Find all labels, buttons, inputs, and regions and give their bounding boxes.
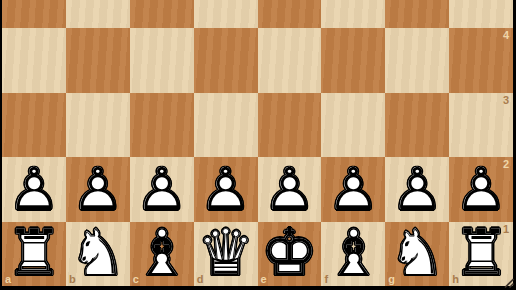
white-bishop-icon[interactable]: ♝♗ [321,222,385,287]
square-g4[interactable] [385,28,449,93]
file-label-b: b [69,274,76,285]
square-b5[interactable] [66,0,130,28]
file-label-d: d [197,274,204,285]
file-label-f: f [324,274,328,285]
white-rook-icon[interactable]: ♜♖ [2,222,66,287]
square-d1[interactable]: ♛♕d [194,222,258,287]
white-pawn-icon[interactable]: ♟♙ [321,157,385,222]
file-label-a: a [5,274,11,285]
square-f3[interactable] [321,93,385,158]
white-pawn-icon[interactable]: ♟♙ [258,157,322,222]
square-g2[interactable]: ♟♙ [385,157,449,222]
white-pawn-outline: ♙ [391,160,443,218]
square-e5[interactable] [258,0,322,28]
white-rook-outline: ♖ [5,220,62,284]
square-c1[interactable]: ♝♗c [130,222,194,287]
square-d5[interactable] [194,0,258,28]
square-b4[interactable] [66,28,130,93]
square-c4[interactable] [130,28,194,93]
square-a5[interactable] [2,0,66,28]
square-h2[interactable]: ♟♙2 [449,157,513,222]
letterbox-frame: 43♟♙♟♙♟♙♟♙♟♙♟♙♟♙♟♙2♜♖a♞♘b♝♗c♛♕d♚♔e♝♗f♞♘g… [0,0,516,290]
white-pawn-outline: ♙ [455,160,507,218]
chess-board: 43♟♙♟♙♟♙♟♙♟♙♟♙♟♙♟♙2♜♖a♞♘b♝♗c♛♕d♚♔e♝♗f♞♘g… [2,0,513,286]
square-b1[interactable]: ♞♘b [66,222,130,287]
white-knight-outline: ♘ [389,220,446,284]
square-a4[interactable] [2,28,66,93]
white-pawn-outline: ♙ [8,160,60,218]
white-pawn-outline: ♙ [263,160,315,218]
square-e3[interactable] [258,93,322,158]
square-d4[interactable] [194,28,258,93]
white-bishop-outline: ♗ [133,220,190,284]
white-rook-outline: ♖ [452,220,509,284]
square-g1[interactable]: ♞♘g [385,222,449,287]
rank-label-4: 4 [503,30,509,41]
rank-label-3: 3 [503,95,509,106]
square-a3[interactable] [2,93,66,158]
square-e2[interactable]: ♟♙ [258,157,322,222]
white-pawn-icon[interactable]: ♟♙ [385,157,449,222]
square-c2[interactable]: ♟♙ [130,157,194,222]
square-e4[interactable] [258,28,322,93]
white-pawn-outline: ♙ [136,160,188,218]
white-pawn-icon[interactable]: ♟♙ [66,157,130,222]
square-e1[interactable]: ♚♔e [258,222,322,287]
white-bishop-outline: ♗ [325,220,382,284]
white-pawn-icon[interactable]: ♟♙ [2,157,66,222]
square-a2[interactable]: ♟♙ [2,157,66,222]
file-label-c: c [133,274,139,285]
square-f2[interactable]: ♟♙ [321,157,385,222]
square-d3[interactable] [194,93,258,158]
square-c5[interactable] [130,0,194,28]
rank-label-1: 1 [503,224,509,235]
white-king-outline: ♔ [261,220,318,284]
white-queen-outline: ♕ [197,220,254,284]
square-h3[interactable]: 3 [449,93,513,158]
square-f1[interactable]: ♝♗f [321,222,385,287]
white-pawn-outline: ♙ [327,160,379,218]
square-b2[interactable]: ♟♙ [66,157,130,222]
square-b3[interactable] [66,93,130,158]
white-pawn-outline: ♙ [72,160,124,218]
square-h4[interactable]: 4 [449,28,513,93]
resize-handle-icon[interactable] [502,276,514,288]
square-g5[interactable] [385,0,449,28]
square-h5[interactable] [449,0,513,28]
square-f4[interactable] [321,28,385,93]
white-pawn-icon[interactable]: ♟♙ [194,157,258,222]
square-c3[interactable] [130,93,194,158]
file-label-g: g [388,274,395,285]
white-pawn-icon[interactable]: ♟♙ [130,157,194,222]
white-king-icon[interactable]: ♚♔ [258,222,322,287]
square-d2[interactable]: ♟♙ [194,157,258,222]
white-bishop-icon[interactable]: ♝♗ [130,222,194,287]
square-g3[interactable] [385,93,449,158]
square-a1[interactable]: ♜♖a [2,222,66,287]
white-knight-outline: ♘ [69,220,126,284]
file-label-h: h [452,274,459,285]
file-label-e: e [261,274,267,285]
square-f5[interactable] [321,0,385,28]
white-pawn-outline: ♙ [200,160,252,218]
rank-label-2: 2 [503,159,509,170]
